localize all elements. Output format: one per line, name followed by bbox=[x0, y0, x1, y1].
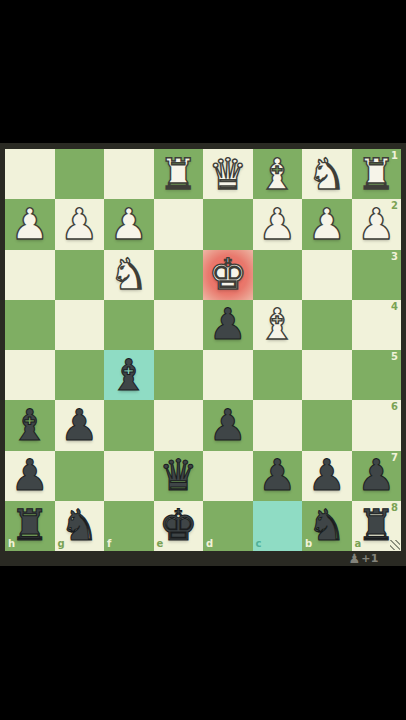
rank-label-8: 8 bbox=[391, 503, 398, 513]
white-bishop[interactable]: ♝ bbox=[258, 149, 297, 199]
square-h7[interactable]: ♟ bbox=[5, 451, 55, 501]
square-e3[interactable] bbox=[154, 250, 204, 300]
white-rook[interactable]: ♜ bbox=[357, 149, 396, 199]
square-a6[interactable]: 6 bbox=[352, 400, 402, 450]
square-h1[interactable] bbox=[5, 149, 55, 199]
file-label-b: b bbox=[305, 539, 312, 549]
square-f5[interactable]: ♝ bbox=[104, 350, 154, 400]
white-pawn[interactable]: ♟ bbox=[60, 199, 99, 249]
square-f6[interactable] bbox=[104, 400, 154, 450]
white-rook[interactable]: ♜ bbox=[159, 149, 198, 199]
square-e5[interactable] bbox=[154, 350, 204, 400]
white-knight[interactable]: ♞ bbox=[109, 250, 148, 300]
square-b1[interactable]: ♞ bbox=[302, 149, 352, 199]
black-pawn[interactable]: ♟ bbox=[60, 400, 99, 450]
square-h2[interactable]: ♟ bbox=[5, 199, 55, 249]
white-pawn[interactable]: ♟ bbox=[307, 199, 346, 249]
square-c3[interactable] bbox=[253, 250, 303, 300]
white-pawn[interactable]: ♟ bbox=[109, 199, 148, 249]
square-g7[interactable] bbox=[55, 451, 105, 501]
white-queen[interactable]: ♛ bbox=[208, 149, 247, 199]
square-a8[interactable]: ♜8a bbox=[352, 501, 402, 551]
square-c5[interactable] bbox=[253, 350, 303, 400]
square-f1[interactable] bbox=[104, 149, 154, 199]
rank-label-7: 7 bbox=[391, 453, 398, 463]
square-e8[interactable]: ♚e bbox=[154, 501, 204, 551]
rank-label-6: 6 bbox=[391, 402, 398, 412]
square-h5[interactable] bbox=[5, 350, 55, 400]
black-king[interactable]: ♚ bbox=[159, 501, 198, 551]
black-pawn[interactable]: ♟ bbox=[307, 451, 346, 501]
square-g4[interactable] bbox=[55, 300, 105, 350]
square-b6[interactable] bbox=[302, 400, 352, 450]
square-e1[interactable]: ♜ bbox=[154, 149, 204, 199]
black-bishop[interactable]: ♝ bbox=[10, 400, 49, 450]
square-c1[interactable]: ♝ bbox=[253, 149, 303, 199]
square-a2[interactable]: ♟2 bbox=[352, 199, 402, 249]
file-label-g: g bbox=[58, 539, 65, 549]
square-a3[interactable]: 3 bbox=[352, 250, 402, 300]
square-d6[interactable]: ♟ bbox=[203, 400, 253, 450]
white-pawn[interactable]: ♟ bbox=[258, 199, 297, 249]
black-knight[interactable]: ♞ bbox=[60, 501, 99, 551]
rank-label-5: 5 bbox=[391, 352, 398, 362]
square-g5[interactable] bbox=[55, 350, 105, 400]
square-a5[interactable]: 5 bbox=[352, 350, 402, 400]
square-f3[interactable]: ♞ bbox=[104, 250, 154, 300]
file-label-f: f bbox=[107, 539, 111, 549]
square-g6[interactable]: ♟ bbox=[55, 400, 105, 450]
square-b7[interactable]: ♟ bbox=[302, 451, 352, 501]
material-advantage-label: +1 bbox=[361, 552, 379, 565]
square-h4[interactable] bbox=[5, 300, 55, 350]
square-d4[interactable]: ♟ bbox=[203, 300, 253, 350]
file-label-a: a bbox=[355, 539, 362, 549]
black-pawn[interactable]: ♟ bbox=[10, 451, 49, 501]
square-g3[interactable] bbox=[55, 250, 105, 300]
square-d5[interactable] bbox=[203, 350, 253, 400]
board-frame: ♜♛♝♞♜1♟♟♟♟♟♟2♞♚3♟♝4♝5♝♟♟6♟♛♟♟♟7♜h♞gf♚edc… bbox=[0, 143, 406, 566]
square-c8[interactable]: c bbox=[253, 501, 303, 551]
video-frame: ♜♛♝♞♜1♟♟♟♟♟♟2♞♚3♟♝4♝5♝♟♟6♟♛♟♟♟7♜h♞gf♚edc… bbox=[0, 0, 406, 720]
square-g8[interactable]: ♞g bbox=[55, 501, 105, 551]
square-f2[interactable]: ♟ bbox=[104, 199, 154, 249]
black-pawn[interactable]: ♟ bbox=[258, 451, 297, 501]
square-f7[interactable] bbox=[104, 451, 154, 501]
square-d7[interactable] bbox=[203, 451, 253, 501]
square-d2[interactable] bbox=[203, 199, 253, 249]
square-h8[interactable]: ♜h bbox=[5, 501, 55, 551]
file-label-d: d bbox=[206, 539, 213, 549]
black-bishop[interactable]: ♝ bbox=[109, 350, 148, 400]
square-h6[interactable]: ♝ bbox=[5, 400, 55, 450]
rank-label-3: 3 bbox=[391, 252, 398, 262]
black-pawn[interactable]: ♟ bbox=[208, 400, 247, 450]
square-g1[interactable] bbox=[55, 149, 105, 199]
file-label-e: e bbox=[157, 539, 164, 549]
square-a1[interactable]: ♜1 bbox=[352, 149, 402, 199]
square-e4[interactable] bbox=[154, 300, 204, 350]
square-b2[interactable]: ♟ bbox=[302, 199, 352, 249]
captured-pawn-icon: ♟ bbox=[348, 552, 360, 565]
square-d1[interactable]: ♛ bbox=[203, 149, 253, 199]
square-c2[interactable]: ♟ bbox=[253, 199, 303, 249]
square-h3[interactable] bbox=[5, 250, 55, 300]
square-e2[interactable] bbox=[154, 199, 204, 249]
square-b4[interactable] bbox=[302, 300, 352, 350]
black-rook[interactable]: ♜ bbox=[10, 501, 49, 551]
black-knight[interactable]: ♞ bbox=[307, 501, 346, 551]
chess-board: ♜♛♝♞♜1♟♟♟♟♟♟2♞♚3♟♝4♝5♝♟♟6♟♛♟♟♟7♜h♞gf♚edc… bbox=[5, 149, 401, 551]
square-a7[interactable]: ♟7 bbox=[352, 451, 402, 501]
white-bishop[interactable]: ♝ bbox=[258, 300, 297, 350]
black-queen[interactable]: ♛ bbox=[159, 451, 198, 501]
square-e6[interactable] bbox=[154, 400, 204, 450]
rank-label-2: 2 bbox=[391, 201, 398, 211]
file-label-c: c bbox=[256, 539, 262, 549]
white-king[interactable]: ♚ bbox=[208, 250, 247, 300]
board-resize-handle[interactable] bbox=[390, 540, 400, 550]
file-label-h: h bbox=[8, 539, 15, 549]
square-c6[interactable] bbox=[253, 400, 303, 450]
square-b5[interactable] bbox=[302, 350, 352, 400]
black-pawn[interactable]: ♟ bbox=[208, 300, 247, 350]
white-pawn[interactable]: ♟ bbox=[10, 199, 49, 249]
square-c7[interactable]: ♟ bbox=[253, 451, 303, 501]
square-f8[interactable]: f bbox=[104, 501, 154, 551]
material-bar: ♟ +1 bbox=[0, 551, 406, 566]
black-pawn[interactable]: ♟ bbox=[357, 451, 396, 501]
square-c4[interactable]: ♝ bbox=[253, 300, 303, 350]
rank-label-1: 1 bbox=[391, 151, 398, 161]
white-knight[interactable]: ♞ bbox=[307, 149, 346, 199]
white-pawn[interactable]: ♟ bbox=[357, 199, 396, 249]
square-d3[interactable]: ♚ bbox=[203, 250, 253, 300]
rank-label-4: 4 bbox=[391, 302, 398, 312]
square-g2[interactable]: ♟ bbox=[55, 199, 105, 249]
square-e7[interactable]: ♛ bbox=[154, 451, 204, 501]
square-b8[interactable]: ♞b bbox=[302, 501, 352, 551]
square-f4[interactable] bbox=[104, 300, 154, 350]
square-a4[interactable]: 4 bbox=[352, 300, 402, 350]
square-b3[interactable] bbox=[302, 250, 352, 300]
square-d8[interactable]: d bbox=[203, 501, 253, 551]
